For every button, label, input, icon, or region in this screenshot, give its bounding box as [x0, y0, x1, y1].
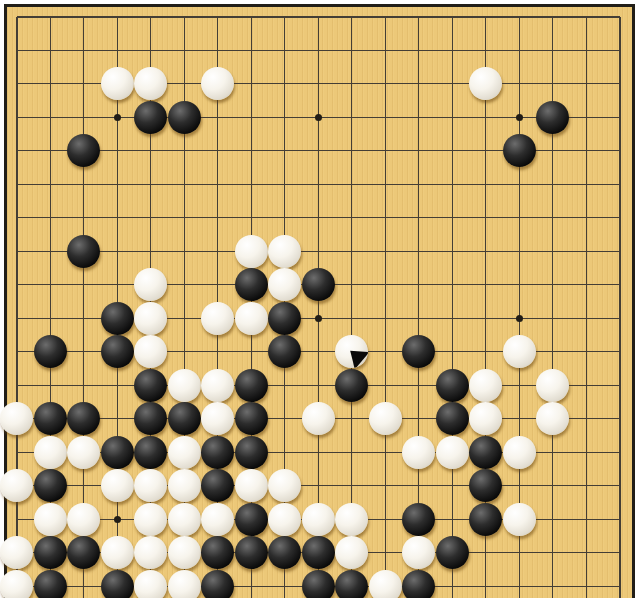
white-stone	[201, 503, 234, 536]
star-point	[114, 114, 121, 121]
white-stone	[469, 369, 502, 402]
white-stone	[0, 402, 33, 435]
white-stone	[201, 302, 234, 335]
white-stone	[101, 536, 134, 569]
grid-line-horizontal	[17, 50, 620, 51]
black-stone	[235, 268, 268, 301]
black-stone	[469, 503, 502, 536]
white-stone	[369, 570, 402, 598]
black-stone	[335, 369, 368, 402]
black-stone	[67, 134, 100, 167]
white-stone	[503, 335, 536, 368]
black-stone	[302, 570, 335, 598]
black-stone	[101, 436, 134, 469]
white-stone	[235, 469, 268, 502]
white-stone	[469, 402, 502, 435]
white-stone	[168, 536, 201, 569]
black-stone	[302, 536, 335, 569]
black-stone	[201, 436, 234, 469]
white-stone	[436, 436, 469, 469]
white-stone	[235, 302, 268, 335]
black-stone	[34, 570, 67, 598]
black-stone	[101, 335, 134, 368]
white-stone	[34, 436, 67, 469]
star-point	[516, 315, 523, 322]
star-point	[315, 114, 322, 121]
black-stone	[235, 436, 268, 469]
white-stone	[536, 402, 569, 435]
white-stone	[503, 503, 536, 536]
grid-line-vertical	[452, 17, 453, 598]
white-stone	[168, 369, 201, 402]
white-stone	[201, 402, 234, 435]
black-stone	[101, 570, 134, 598]
white-stone	[168, 570, 201, 598]
black-stone	[201, 536, 234, 569]
black-stone	[67, 235, 100, 268]
black-stone	[67, 402, 100, 435]
black-stone	[436, 536, 469, 569]
black-stone	[34, 536, 67, 569]
white-stone	[268, 268, 301, 301]
white-stone	[134, 469, 167, 502]
white-stone	[402, 436, 435, 469]
black-stone	[402, 503, 435, 536]
white-stone	[101, 67, 134, 100]
white-stone	[402, 536, 435, 569]
black-stone	[302, 268, 335, 301]
white-stone	[369, 402, 402, 435]
grid-line-horizontal	[17, 385, 620, 386]
black-stone	[201, 570, 234, 598]
white-stone	[168, 436, 201, 469]
grid-line-vertical	[385, 17, 386, 598]
last-move-triangle-marker	[335, 335, 368, 368]
white-stone	[0, 469, 33, 502]
grid-line-vertical	[586, 17, 587, 598]
white-stone	[168, 469, 201, 502]
black-stone	[402, 570, 435, 598]
black-stone	[168, 101, 201, 134]
black-stone	[134, 369, 167, 402]
black-stone	[436, 369, 469, 402]
black-stone	[134, 402, 167, 435]
grid-line-vertical	[16, 17, 18, 598]
black-stone	[536, 101, 569, 134]
grid-line-horizontal	[17, 184, 620, 185]
grid-line-vertical	[619, 17, 621, 598]
black-stone	[134, 436, 167, 469]
white-stone	[302, 503, 335, 536]
black-stone	[201, 469, 234, 502]
white-stone	[134, 536, 167, 569]
white-stone	[67, 436, 100, 469]
white-stone	[335, 536, 368, 569]
white-stone	[168, 503, 201, 536]
white-stone	[134, 302, 167, 335]
grid-line-horizontal	[17, 251, 620, 252]
white-stone	[0, 536, 33, 569]
white-stone	[0, 570, 33, 598]
white-stone	[201, 67, 234, 100]
white-stone	[268, 503, 301, 536]
black-stone	[67, 536, 100, 569]
black-stone	[235, 369, 268, 402]
grid-line-horizontal	[17, 217, 620, 218]
black-stone	[469, 436, 502, 469]
white-stone	[335, 503, 368, 536]
grid-line-horizontal	[17, 16, 620, 18]
white-stone	[536, 369, 569, 402]
black-stone	[34, 335, 67, 368]
go-game-screenshot	[0, 0, 640, 598]
star-point	[516, 114, 523, 121]
black-stone	[134, 101, 167, 134]
black-stone	[235, 402, 268, 435]
white-stone	[134, 335, 167, 368]
black-stone	[168, 402, 201, 435]
black-stone	[268, 536, 301, 569]
white-stone	[134, 570, 167, 598]
black-stone	[235, 536, 268, 569]
white-stone	[201, 369, 234, 402]
black-stone	[101, 302, 134, 335]
white-stone	[268, 235, 301, 268]
black-stone	[503, 134, 536, 167]
black-stone	[34, 469, 67, 502]
black-stone	[34, 402, 67, 435]
star-point	[315, 315, 322, 322]
black-stone	[268, 302, 301, 335]
white-stone	[34, 503, 67, 536]
white-stone	[268, 469, 301, 502]
white-stone	[503, 436, 536, 469]
white-stone	[134, 503, 167, 536]
white-stone	[67, 503, 100, 536]
white-stone	[469, 67, 502, 100]
white-stone	[302, 402, 335, 435]
black-stone	[469, 469, 502, 502]
white-stone	[134, 268, 167, 301]
white-stone	[134, 67, 167, 100]
star-point	[114, 516, 121, 523]
black-stone	[402, 335, 435, 368]
white-stone	[101, 469, 134, 502]
black-stone	[436, 402, 469, 435]
white-stone	[235, 235, 268, 268]
black-stone	[235, 503, 268, 536]
black-stone	[335, 570, 368, 598]
black-stone	[268, 335, 301, 368]
